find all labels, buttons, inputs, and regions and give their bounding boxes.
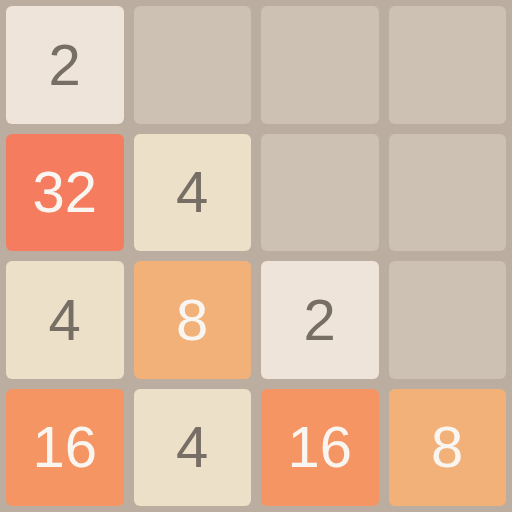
empty-cell-r1c3 <box>261 6 379 124</box>
tile-2-r3c3: 2 <box>261 261 379 379</box>
tile-8-r3c2: 8 <box>134 261 252 379</box>
tile-8-r4c4: 8 <box>389 389 507 507</box>
tile-16-r4c1: 16 <box>6 389 124 507</box>
tile-4-r3c1: 4 <box>6 261 124 379</box>
tile-16-r4c3: 16 <box>261 389 379 507</box>
tile-4-r4c2: 4 <box>134 389 252 507</box>
tile-32-r2c1: 32 <box>6 134 124 252</box>
tile-4-r2c2: 4 <box>134 134 252 252</box>
empty-cell-r1c2 <box>134 6 252 124</box>
empty-cell-r3c4 <box>389 261 507 379</box>
empty-cell-r1c4 <box>389 6 507 124</box>
empty-cell-r2c3 <box>261 134 379 252</box>
empty-cell-r2c4 <box>389 134 507 252</box>
tile-2-r1c1: 2 <box>6 6 124 124</box>
game-board-2048[interactable]: 2324482164168 <box>0 0 512 512</box>
